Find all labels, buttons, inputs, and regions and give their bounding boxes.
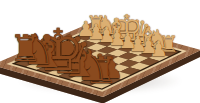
white-pawn: ♟ [76,19,95,40]
white-pawn: ♟ [87,22,106,43]
black-pawn: ♟ [44,39,71,69]
white-pawn: ♟ [118,30,137,51]
white-pawn: ♟ [149,39,168,60]
white-bishop: ♝ [135,23,160,51]
black-queen: ♛ [45,29,92,82]
black-bishop: ♝ [59,38,100,84]
white-queen: ♛ [123,16,152,48]
white-pawn: ♟ [129,33,148,54]
black-pawn: ♟ [87,51,114,81]
black-pawn: ♟ [76,48,103,78]
black-king: ♚ [32,21,84,79]
black-knight: ♞ [71,44,109,87]
white-knight: ♞ [146,27,169,53]
black-pawn: ♟ [33,36,60,66]
white-pawn: ♟ [108,27,127,48]
white-king: ♚ [111,10,143,45]
black-pawn: ♟ [65,45,92,75]
black-pawn: ♟ [55,42,82,72]
white-bishop: ♝ [104,14,129,42]
black-bishop: ♝ [27,29,68,75]
black-knight: ♞ [17,29,55,72]
pieces-layer: ♜♞♝♛♚♝♞♜♟♟♟♟♟♟♟♟♟♟♟♟♟♟♟♟♜♞♝♛♚♝♞♜ [0,0,200,103]
black-rook: ♜ [85,52,118,89]
white-knight: ♞ [94,13,117,39]
white-pawn: ♟ [97,24,116,45]
white-pawn: ♟ [139,36,158,57]
white-rook: ♜ [86,13,106,35]
black-pawn: ♟ [22,33,49,63]
white-rook: ♜ [158,33,178,55]
chess-set-photo: ♜♞♝♛♚♝♞♜♟♟♟♟♟♟♟♟♟♟♟♟♟♟♟♟♜♞♝♛♚♝♞♜ [0,0,200,103]
black-pawn: ♟ [98,54,125,84]
black-rook: ♜ [9,31,42,68]
